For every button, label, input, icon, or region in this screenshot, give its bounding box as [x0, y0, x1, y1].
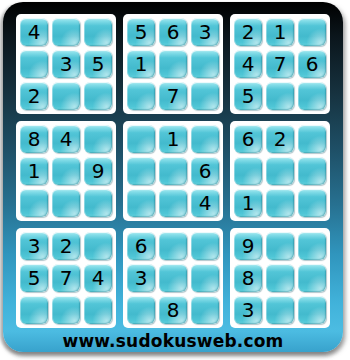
- cell-r6c9[interactable]: [298, 189, 326, 217]
- cell-r3c2[interactable]: [52, 82, 80, 110]
- cell-r3c4[interactable]: [127, 82, 155, 110]
- cell-r2c2[interactable]: 3: [52, 50, 80, 78]
- cell-r8c6[interactable]: [191, 264, 219, 292]
- cell-r7c6[interactable]: [191, 232, 219, 260]
- board-frame: 435256317214765841916462132574638983 www…: [3, 2, 343, 352]
- cell-r5c5[interactable]: [159, 157, 187, 185]
- cell-r1c3[interactable]: [84, 18, 112, 46]
- cell-r6c2[interactable]: [52, 189, 80, 217]
- cell-r9c9[interactable]: [298, 296, 326, 324]
- cell-r1c7[interactable]: 2: [234, 18, 262, 46]
- cell-r8c1[interactable]: 5: [20, 264, 48, 292]
- cell-r9c4[interactable]: [127, 296, 155, 324]
- cell-r7c9[interactable]: [298, 232, 326, 260]
- cell-r4c8[interactable]: 2: [266, 125, 294, 153]
- cell-r9c8[interactable]: [266, 296, 294, 324]
- cell-r1c4[interactable]: 5: [127, 18, 155, 46]
- cell-r2c5[interactable]: [159, 50, 187, 78]
- cell-r1c2[interactable]: [52, 18, 80, 46]
- cell-r9c5[interactable]: 8: [159, 296, 187, 324]
- box-5: 164: [123, 121, 223, 221]
- cell-r8c4[interactable]: 3: [127, 264, 155, 292]
- cell-r1c1[interactable]: 4: [20, 18, 48, 46]
- box-3: 214765: [230, 14, 330, 114]
- cell-r1c5[interactable]: 6: [159, 18, 187, 46]
- cell-r3c5[interactable]: 7: [159, 82, 187, 110]
- cell-r4c5[interactable]: 1: [159, 125, 187, 153]
- cell-r7c3[interactable]: [84, 232, 112, 260]
- cell-r1c6[interactable]: 3: [191, 18, 219, 46]
- cell-r8c3[interactable]: 4: [84, 264, 112, 292]
- cell-r1c8[interactable]: 1: [266, 18, 294, 46]
- cell-r8c5[interactable]: [159, 264, 187, 292]
- cell-r5c8[interactable]: [266, 157, 294, 185]
- cell-r5c1[interactable]: 1: [20, 157, 48, 185]
- cell-r7c8[interactable]: [266, 232, 294, 260]
- cell-r8c2[interactable]: 7: [52, 264, 80, 292]
- cell-r4c4[interactable]: [127, 125, 155, 153]
- box-4: 8419: [16, 121, 116, 221]
- site-link[interactable]: www.sudokusweb.com: [3, 331, 343, 352]
- cell-r7c7[interactable]: 9: [234, 232, 262, 260]
- cell-r6c3[interactable]: [84, 189, 112, 217]
- cell-r3c6[interactable]: [191, 82, 219, 110]
- cell-r9c3[interactable]: [84, 296, 112, 324]
- cell-r1c9[interactable]: [298, 18, 326, 46]
- box-8: 638: [123, 228, 223, 328]
- cell-r3c8[interactable]: [266, 82, 294, 110]
- cell-r4c7[interactable]: 6: [234, 125, 262, 153]
- cell-r8c9[interactable]: [298, 264, 326, 292]
- box-9: 983: [230, 228, 330, 328]
- cell-r6c5[interactable]: [159, 189, 187, 217]
- cell-r9c1[interactable]: [20, 296, 48, 324]
- box-2: 56317: [123, 14, 223, 114]
- cell-r5c3[interactable]: 9: [84, 157, 112, 185]
- cell-r8c7[interactable]: 8: [234, 264, 262, 292]
- cell-r9c2[interactable]: [52, 296, 80, 324]
- sudoku-board: 435256317214765841916462132574638983: [16, 14, 330, 328]
- sudoku-widget: 435256317214765841916462132574638983 www…: [0, 0, 350, 360]
- cell-r3c9[interactable]: [298, 82, 326, 110]
- cell-r2c4[interactable]: 1: [127, 50, 155, 78]
- cell-r2c3[interactable]: 5: [84, 50, 112, 78]
- cell-r6c7[interactable]: 1: [234, 189, 262, 217]
- cell-r5c4[interactable]: [127, 157, 155, 185]
- cell-r7c2[interactable]: 2: [52, 232, 80, 260]
- box-7: 32574: [16, 228, 116, 328]
- cell-r3c7[interactable]: 5: [234, 82, 262, 110]
- cell-r2c1[interactable]: [20, 50, 48, 78]
- cell-r2c9[interactable]: 6: [298, 50, 326, 78]
- cell-r6c6[interactable]: 4: [191, 189, 219, 217]
- cell-r4c1[interactable]: 8: [20, 125, 48, 153]
- cell-r2c8[interactable]: 7: [266, 50, 294, 78]
- cell-r8c8[interactable]: [266, 264, 294, 292]
- cell-r6c8[interactable]: [266, 189, 294, 217]
- cell-r2c6[interactable]: [191, 50, 219, 78]
- box-1: 4352: [16, 14, 116, 114]
- cell-r4c2[interactable]: 4: [52, 125, 80, 153]
- cell-r5c7[interactable]: [234, 157, 262, 185]
- cell-r7c1[interactable]: 3: [20, 232, 48, 260]
- cell-r3c1[interactable]: 2: [20, 82, 48, 110]
- cell-r4c6[interactable]: [191, 125, 219, 153]
- box-6: 621: [230, 121, 330, 221]
- cell-r6c1[interactable]: [20, 189, 48, 217]
- cell-r5c9[interactable]: [298, 157, 326, 185]
- cell-r5c6[interactable]: 6: [191, 157, 219, 185]
- cell-r9c6[interactable]: [191, 296, 219, 324]
- cell-r3c3[interactable]: [84, 82, 112, 110]
- cell-r4c3[interactable]: [84, 125, 112, 153]
- cell-r7c5[interactable]: [159, 232, 187, 260]
- cell-r5c2[interactable]: [52, 157, 80, 185]
- cell-r9c7[interactable]: 3: [234, 296, 262, 324]
- cell-r7c4[interactable]: 6: [127, 232, 155, 260]
- cell-r6c4[interactable]: [127, 189, 155, 217]
- cell-r2c7[interactable]: 4: [234, 50, 262, 78]
- cell-r4c9[interactable]: [298, 125, 326, 153]
